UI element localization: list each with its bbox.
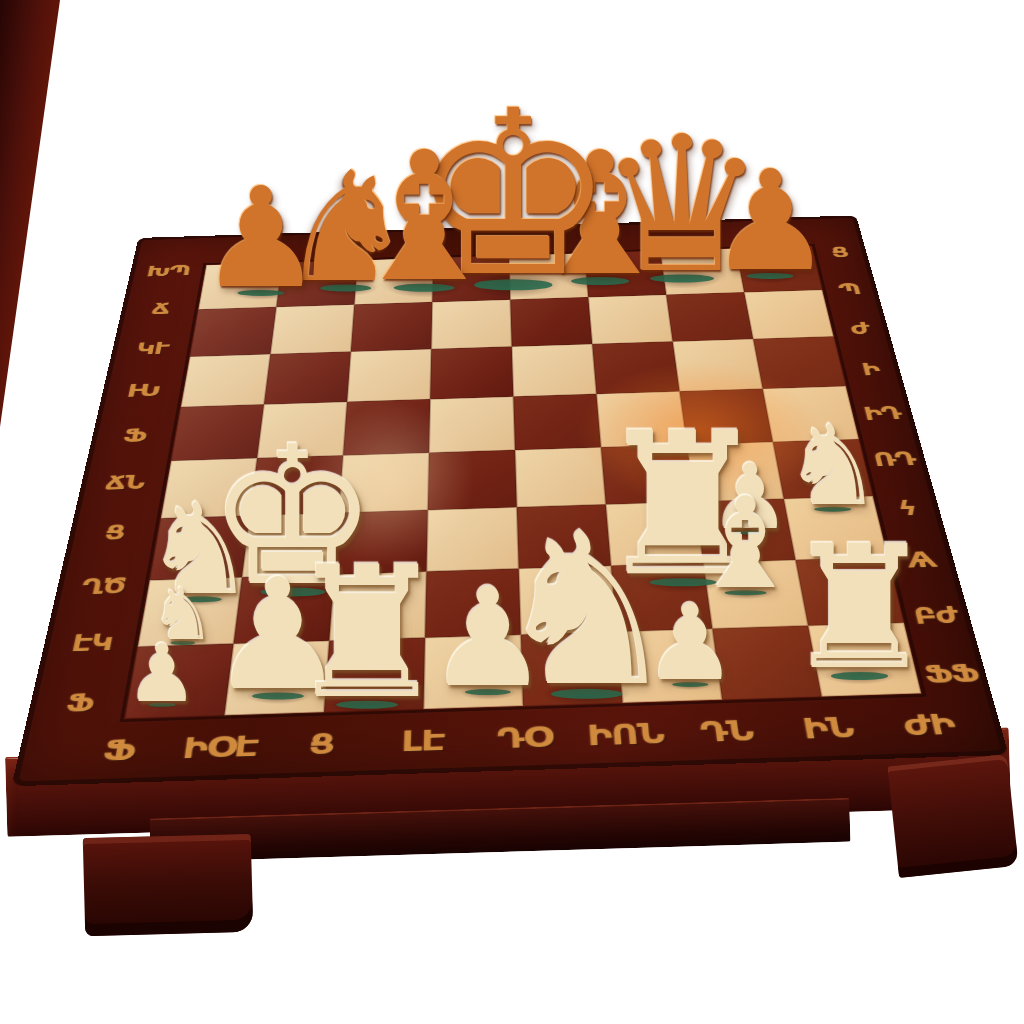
cream-knight-glyph: ♞ xyxy=(493,511,681,711)
pieces-layer: ♟♞♝♚♝♛♟♞♞♟♚♟♜♟♞♟♜♟♝♞♜ xyxy=(0,0,1024,1024)
cream-pawn-glyph: ♟ xyxy=(127,636,198,712)
chess-scene: ՖԻՕԷՑԼԷԴՕԻՈՆԴՆԻՆԺԻԽՊՃԿՒԊՖՃՆՑՂԾԷԿՖՑՊԺԻԻԴՌ… xyxy=(0,0,1024,1024)
orange-bishop-glyph: ♝ xyxy=(344,133,504,303)
cream-rook-glyph: ♜ xyxy=(783,528,936,690)
cream-rook-glyph: ♜ xyxy=(286,547,449,720)
orange-pawn-glyph: ♟ xyxy=(199,173,323,305)
